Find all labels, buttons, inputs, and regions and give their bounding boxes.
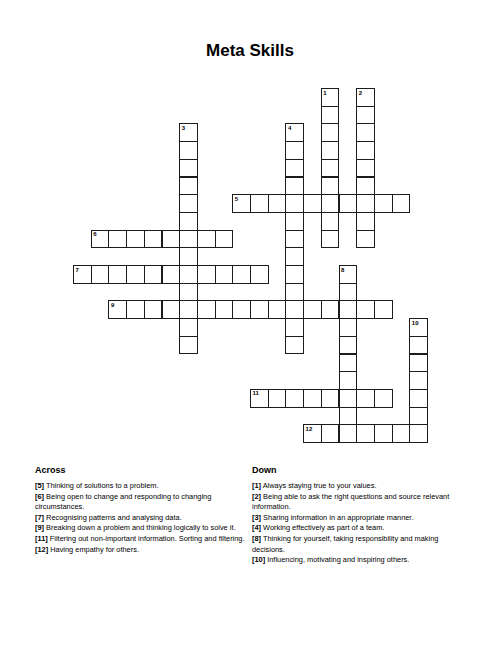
- grid-cell-r8c3[interactable]: [126, 230, 145, 249]
- grid-cell-r8c14[interactable]: [321, 230, 340, 249]
- down-header: Down: [252, 465, 470, 476]
- grid-cell-r19c14[interactable]: [321, 424, 340, 443]
- grid-cell-r12c14[interactable]: [321, 300, 340, 319]
- grid-cell-r8c8[interactable]: [215, 230, 234, 249]
- grid-cell-r10c2[interactable]: [108, 265, 127, 284]
- grid-cell-r12c16[interactable]: [356, 300, 375, 319]
- grid-cell-r11c12[interactable]: [285, 283, 304, 302]
- grid-cell-r5c6[interactable]: [179, 177, 198, 196]
- cell-number-2: 2: [359, 90, 362, 97]
- grid-cell-r7c16[interactable]: [356, 212, 375, 231]
- clue-number: [5]: [35, 481, 44, 490]
- grid-cell-r12c13[interactable]: [303, 300, 322, 319]
- grid-cell-r5c14[interactable]: [321, 177, 340, 196]
- grid-cell-r8c5[interactable]: [162, 230, 181, 249]
- clue-across-9: [9] Breaking down a problem and thinking…: [35, 523, 250, 534]
- grid-cell-r12c3[interactable]: [126, 300, 145, 319]
- cell-number-3: 3: [182, 125, 185, 132]
- grid-cell-r10c8[interactable]: [215, 265, 234, 284]
- grid-cell-r1c14[interactable]: [321, 106, 340, 125]
- grid-cell-r12c7[interactable]: [197, 300, 216, 319]
- grid-cell-r6c11[interactable]: [268, 194, 287, 213]
- grid-cell-r6c17[interactable]: [374, 194, 393, 213]
- clue-number: [11]: [35, 534, 48, 543]
- grid-cell-r6c18[interactable]: [392, 194, 411, 213]
- grid-cell-r3c6[interactable]: [179, 141, 198, 160]
- grid-cell-r17c15[interactable]: [339, 389, 358, 408]
- grid-cell-r18c15[interactable]: [339, 407, 358, 426]
- across-clue-column: Across [5] Thinking of solutions to a pr…: [35, 465, 250, 555]
- clue-number: [9]: [35, 523, 44, 532]
- grid-cell-r19c17[interactable]: [374, 424, 393, 443]
- clue-across-7: [7] Recognising patterns and analysing d…: [35, 513, 250, 524]
- grid-cell-r0c14[interactable]: 1: [321, 88, 340, 107]
- grid-cell-r19c18[interactable]: [392, 424, 411, 443]
- down-clue-column: Down [1] Always staying true to your val…: [252, 465, 470, 566]
- grid-cell-r17c16[interactable]: [356, 389, 375, 408]
- grid-cell-r4c14[interactable]: [321, 159, 340, 178]
- cell-number-8: 8: [341, 267, 344, 274]
- clue-number: [12]: [35, 545, 48, 554]
- grid-cell-r3c14[interactable]: [321, 141, 340, 160]
- grid-cell-r19c19[interactable]: [409, 424, 428, 443]
- clue-down-4: [4] Working effectively as part of a tea…: [252, 523, 470, 534]
- grid-cell-r5c12[interactable]: [285, 177, 304, 196]
- grid-cell-r13c6[interactable]: [179, 318, 198, 337]
- grid-cell-r2c16[interactable]: [356, 123, 375, 142]
- grid-cell-r6c16[interactable]: [356, 194, 375, 213]
- grid-cell-r10c3[interactable]: [126, 265, 145, 284]
- grid-cell-r12c10[interactable]: [250, 300, 269, 319]
- cell-number-6: 6: [93, 231, 96, 238]
- grid-cell-r8c6[interactable]: [179, 230, 198, 249]
- grid-cell-r10c15[interactable]: 8: [339, 265, 358, 284]
- grid-cell-r14c19[interactable]: [409, 336, 428, 355]
- grid-cell-r12c17[interactable]: [374, 300, 393, 319]
- cell-number-7: 7: [76, 267, 79, 274]
- grid-cell-r12c9[interactable]: [232, 300, 251, 319]
- grid-cell-r4c16[interactable]: [356, 159, 375, 178]
- grid-cell-r6c15[interactable]: [339, 194, 358, 213]
- grid-cell-r4c6[interactable]: [179, 159, 198, 178]
- grid-cell-r17c10[interactable]: 11: [250, 389, 269, 408]
- clue-number: [6]: [35, 492, 44, 501]
- grid-cell-r12c4[interactable]: [144, 300, 163, 319]
- grid-cell-r8c16[interactable]: [356, 230, 375, 249]
- grid-cell-r19c13[interactable]: 12: [303, 424, 322, 443]
- grid-cell-r14c6[interactable]: [179, 336, 198, 355]
- grid-cell-r1c16[interactable]: [356, 106, 375, 125]
- grid-cell-r11c15[interactable]: [339, 283, 358, 302]
- grid-cell-r11c6[interactable]: [179, 283, 198, 302]
- clue-number: [4]: [252, 523, 261, 532]
- grid-cell-r5c16[interactable]: [356, 177, 375, 196]
- cell-number-1: 1: [323, 90, 326, 97]
- clue-number: [3]: [252, 513, 261, 522]
- cell-number-12: 12: [306, 426, 313, 433]
- grid-cell-r12c2[interactable]: 9: [108, 300, 127, 319]
- grid-cell-r13c12[interactable]: [285, 318, 304, 337]
- grid-cell-r12c15[interactable]: [339, 300, 358, 319]
- grid-cell-r9c6[interactable]: [179, 247, 198, 266]
- clue-across-6: [6] Being open to change and responding …: [35, 492, 250, 513]
- grid-cell-r7c6[interactable]: [179, 212, 198, 231]
- grid-cell-r12c12[interactable]: [285, 300, 304, 319]
- grid-cell-r2c6[interactable]: 3: [179, 123, 198, 142]
- grid-cell-r13c15[interactable]: [339, 318, 358, 337]
- grid-cell-r19c15[interactable]: [339, 424, 358, 443]
- grid-cell-r9c12[interactable]: [285, 247, 304, 266]
- grid-cell-r4c12[interactable]: [285, 159, 304, 178]
- grid-cell-r8c1[interactable]: 6: [91, 230, 110, 249]
- cell-number-4: 4: [288, 125, 291, 132]
- grid-cell-r8c12[interactable]: [285, 230, 304, 249]
- grid-cell-r6c10[interactable]: [250, 194, 269, 213]
- grid-cell-r17c19[interactable]: [409, 389, 428, 408]
- grid-cell-r10c4[interactable]: [144, 265, 163, 284]
- grid-cell-r19c16[interactable]: [356, 424, 375, 443]
- grid-cell-r10c10[interactable]: [250, 265, 269, 284]
- clue-down-2: [2] Being able to ask the right question…: [252, 492, 470, 513]
- page-title: Meta Skills: [0, 41, 500, 61]
- clue-down-10: [10] Influencing, motivating and inspiri…: [252, 555, 470, 566]
- grid-cell-r3c16[interactable]: [356, 141, 375, 160]
- grid-cell-r13c19[interactable]: 10: [409, 318, 428, 337]
- grid-cell-r17c13[interactable]: [303, 389, 322, 408]
- grid-cell-r7c12[interactable]: [285, 212, 304, 231]
- cell-number-10: 10: [412, 320, 419, 327]
- grid-cell-r2c14[interactable]: [321, 123, 340, 142]
- grid-cell-r10c0[interactable]: 7: [73, 265, 92, 284]
- grid-cell-r10c7[interactable]: [197, 265, 216, 284]
- grid-cell-r6c6[interactable]: [179, 194, 198, 213]
- grid-cell-r7c14[interactable]: [321, 212, 340, 231]
- grid-cell-r6c9[interactable]: 5: [232, 194, 251, 213]
- grid-cell-r10c1[interactable]: [91, 265, 110, 284]
- grid-cell-r0c16[interactable]: 2: [356, 88, 375, 107]
- across-clue-list: [5] Thinking of solutions to a problem.[…: [35, 481, 250, 555]
- grid-cell-r17c14[interactable]: [321, 389, 340, 408]
- clue-number: [8]: [252, 534, 261, 543]
- grid-cell-r8c7[interactable]: [197, 230, 216, 249]
- clue-number: [7]: [35, 513, 44, 522]
- clue-number: [10]: [252, 555, 265, 564]
- grid-cell-r8c2[interactable]: [108, 230, 127, 249]
- clue-number: [2]: [252, 492, 261, 501]
- grid-cell-r16c19[interactable]: [409, 371, 428, 390]
- grid-cell-r10c12[interactable]: [285, 265, 304, 284]
- crossword-grid: 123456789101112: [73, 88, 429, 444]
- grid-cell-r16c15[interactable]: [339, 371, 358, 390]
- grid-cell-r12c6[interactable]: [179, 300, 198, 319]
- grid-cell-r6c13[interactable]: [303, 194, 322, 213]
- grid-cell-r12c8[interactable]: [215, 300, 234, 319]
- grid-cell-r14c12[interactable]: [285, 336, 304, 355]
- grid-cell-r17c17[interactable]: [374, 389, 393, 408]
- clue-across-11: [11] Filtering out non-important informa…: [35, 534, 250, 545]
- cell-number-11: 11: [253, 390, 259, 397]
- grid-cell-r2c12[interactable]: 4: [285, 123, 304, 142]
- clue-down-1: [1] Always staying true to your values.: [252, 481, 470, 492]
- grid-cell-r17c11[interactable]: [268, 389, 287, 408]
- grid-cell-r15c15[interactable]: [339, 354, 358, 373]
- cell-number-5: 5: [235, 196, 238, 203]
- down-clue-list: [1] Always staying true to your values.[…: [252, 481, 470, 566]
- grid-cell-r18c19[interactable]: [409, 407, 428, 426]
- clue-number: [1]: [252, 481, 261, 490]
- grid-cell-r10c5[interactable]: [162, 265, 181, 284]
- clue-across-12: [12] Having empathy for others.: [35, 545, 250, 556]
- grid-cell-r8c4[interactable]: [144, 230, 163, 249]
- grid-cell-r17c12[interactable]: [285, 389, 304, 408]
- grid-cell-r10c9[interactable]: [232, 265, 251, 284]
- cell-number-9: 9: [111, 302, 114, 309]
- across-header: Across: [35, 465, 250, 476]
- grid-cell-r10c6[interactable]: [179, 265, 198, 284]
- clue-across-5: [5] Thinking of solutions to a problem.: [35, 481, 250, 492]
- grid-cell-r6c14[interactable]: [321, 194, 340, 213]
- clue-down-8: [8] Thinking for yourself, taking respon…: [252, 534, 470, 555]
- grid-cell-r12c11[interactable]: [268, 300, 287, 319]
- grid-cell-r15c19[interactable]: [409, 354, 428, 373]
- grid-cell-r3c12[interactable]: [285, 141, 304, 160]
- grid-cell-r12c5[interactable]: [162, 300, 181, 319]
- grid-cell-r14c15[interactable]: [339, 336, 358, 355]
- clue-down-3: [3] Sharing information in an appropriat…: [252, 513, 470, 524]
- grid-cell-r6c12[interactable]: [285, 194, 304, 213]
